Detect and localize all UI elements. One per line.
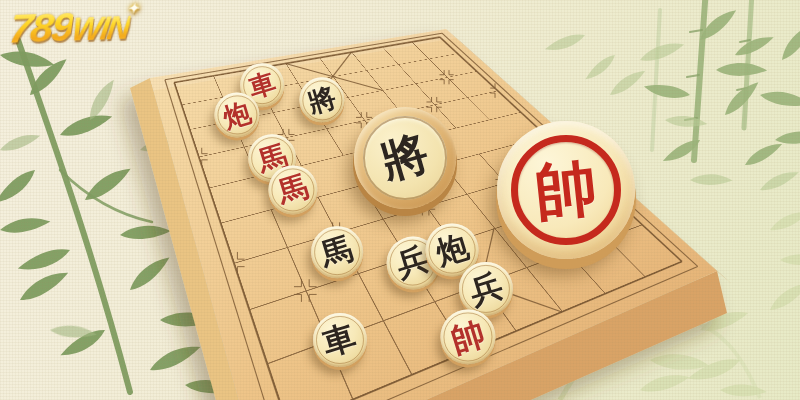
large-piece-red-general[interactable]: 帥 (497, 121, 635, 259)
piece-character: 帥 (532, 156, 600, 224)
logo-text-numbers: 789 (6, 4, 75, 52)
piece-character: 帥 (447, 316, 488, 357)
promo-banner: 車炮將馬馬馬兵炮兵車帥將帥 789WIN ✦ (0, 0, 800, 400)
piece-character: 將 (305, 83, 339, 117)
piece-character: 炮 (433, 230, 473, 270)
large-piece-black-general[interactable]: 將 (354, 107, 456, 209)
sparkle-icon: ✦ (128, 1, 141, 16)
piece-character: 車 (319, 320, 360, 361)
piece-red-cannon[interactable]: 炮 (215, 92, 260, 137)
piece-black-horse[interactable]: 馬 (311, 226, 363, 278)
piece-black-chariot[interactable]: 車 (313, 313, 367, 367)
piece-red-horse[interactable]: 馬 (268, 165, 317, 214)
piece-character: 馬 (275, 172, 312, 209)
piece-character: 炮 (220, 98, 254, 132)
piece-character: 兵 (466, 269, 507, 310)
logo-text-win: WIN (70, 10, 132, 48)
piece-red-general[interactable]: 帥 (440, 309, 495, 364)
piece-character: 馬 (318, 232, 357, 271)
brand-logo: 789WIN ✦ (6, 2, 132, 53)
piece-black-soldier[interactable]: 兵 (459, 262, 513, 316)
